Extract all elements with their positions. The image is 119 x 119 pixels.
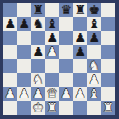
piece-white-knight-c3[interactable]: ♞ — [32, 73, 43, 86]
piece-white-pawn-e2[interactable]: ♟ — [60, 87, 71, 100]
square-h1[interactable]: ♜ — [101, 101, 115, 115]
square-a6[interactable] — [3, 31, 17, 45]
square-f8[interactable]: ♜ — [73, 3, 87, 17]
square-c6[interactable] — [31, 31, 45, 45]
piece-white-pawn-g3[interactable]: ♟ — [88, 73, 99, 86]
square-b3[interactable] — [17, 73, 31, 87]
piece-black-king-g8[interactable]: ♚ — [88, 3, 99, 16]
square-c5[interactable]: ♟ — [31, 45, 45, 59]
square-f4[interactable] — [73, 59, 87, 73]
square-a3[interactable] — [3, 73, 17, 87]
square-a8[interactable] — [3, 3, 17, 17]
piece-white-knight-g4[interactable]: ♞ — [88, 59, 99, 72]
square-e1[interactable] — [59, 101, 73, 115]
piece-white-pawn-b2[interactable]: ♟ — [18, 87, 29, 100]
board-border: ♜♛♜♚♟♟♞♝♝♟♟♟♟♟♟♞♞♟♟♟♟♛♟♟♝♚♜♜ — [0, 0, 119, 119]
square-h6[interactable] — [101, 31, 115, 45]
piece-black-pawn-c5[interactable]: ♟ — [32, 45, 43, 58]
square-h5[interactable] — [101, 45, 115, 59]
piece-black-pawn-g6[interactable]: ♟ — [88, 31, 99, 44]
square-b6[interactable] — [17, 31, 31, 45]
square-f6[interactable]: ♟ — [73, 31, 87, 45]
chess-app-window: ♜♛♜♚♟♟♞♝♝♟♟♟♟♟♟♞♞♟♟♟♟♛♟♟♝♚♜♜ — [0, 0, 119, 119]
square-h3[interactable] — [101, 73, 115, 87]
square-c4[interactable] — [31, 59, 45, 73]
piece-white-rook-h1[interactable]: ♜ — [102, 101, 113, 114]
square-a2[interactable]: ♟ — [3, 87, 17, 101]
square-d7[interactable]: ♝ — [45, 17, 59, 31]
piece-white-pawn-a2[interactable]: ♟ — [4, 87, 15, 100]
square-d4[interactable] — [45, 59, 59, 73]
square-b5[interactable] — [17, 45, 31, 59]
square-b4[interactable] — [17, 59, 31, 73]
piece-black-knight-c7[interactable]: ♞ — [32, 17, 43, 30]
square-g4[interactable]: ♞ — [87, 59, 101, 73]
square-e4[interactable] — [59, 59, 73, 73]
square-b2[interactable]: ♟ — [17, 87, 31, 101]
square-e7[interactable] — [59, 17, 73, 31]
piece-white-queen-d2[interactable]: ♛ — [46, 87, 57, 100]
square-a1[interactable] — [3, 101, 17, 115]
piece-black-pawn-f6[interactable]: ♟ — [74, 31, 85, 44]
square-g7[interactable]: ♝ — [87, 17, 101, 31]
square-f1[interactable] — [73, 101, 87, 115]
square-f3[interactable] — [73, 73, 87, 87]
square-a4[interactable] — [3, 59, 17, 73]
square-g6[interactable]: ♟ — [87, 31, 101, 45]
square-f2[interactable]: ♟ — [73, 87, 87, 101]
square-h7[interactable] — [101, 17, 115, 31]
piece-black-queen-e8[interactable]: ♛ — [60, 3, 71, 16]
piece-white-pawn-f2[interactable]: ♟ — [74, 87, 85, 100]
piece-black-rook-c8[interactable]: ♜ — [32, 3, 43, 16]
square-e2[interactable]: ♟ — [59, 87, 73, 101]
square-c3[interactable]: ♞ — [31, 73, 45, 87]
piece-black-bishop-d7[interactable]: ♝ — [46, 17, 57, 30]
piece-black-pawn-b7[interactable]: ♟ — [18, 17, 29, 30]
piece-black-pawn-f5[interactable]: ♟ — [74, 45, 85, 58]
square-a5[interactable] — [3, 45, 17, 59]
piece-black-pawn-a7[interactable]: ♟ — [4, 17, 15, 30]
square-h2[interactable] — [101, 87, 115, 101]
square-e5[interactable] — [59, 45, 73, 59]
square-h4[interactable] — [101, 59, 115, 73]
square-b7[interactable]: ♟ — [17, 17, 31, 31]
piece-white-pawn-d5[interactable]: ♟ — [46, 45, 57, 58]
square-e6[interactable] — [59, 31, 73, 45]
piece-white-king-c1[interactable]: ♚ — [32, 101, 43, 114]
square-a7[interactable]: ♟ — [3, 17, 17, 31]
square-d6[interactable]: ♟ — [45, 31, 59, 45]
square-g5[interactable] — [87, 45, 101, 59]
square-c7[interactable]: ♞ — [31, 17, 45, 31]
piece-black-rook-f8[interactable]: ♜ — [74, 3, 85, 16]
piece-black-pawn-d6[interactable]: ♟ — [46, 31, 57, 44]
square-e8[interactable]: ♛ — [59, 3, 73, 17]
square-c2[interactable]: ♟ — [31, 87, 45, 101]
square-d3[interactable] — [45, 73, 59, 87]
chess-board: ♜♛♜♚♟♟♞♝♝♟♟♟♟♟♟♞♞♟♟♟♟♛♟♟♝♚♜♜ — [3, 3, 115, 115]
square-f7[interactable] — [73, 17, 87, 31]
piece-white-bishop-g2[interactable]: ♝ — [88, 87, 99, 100]
square-g1[interactable] — [87, 101, 101, 115]
square-e3[interactable] — [59, 73, 73, 87]
square-d5[interactable]: ♟ — [45, 45, 59, 59]
square-g8[interactable]: ♚ — [87, 3, 101, 17]
square-b8[interactable] — [17, 3, 31, 17]
square-c1[interactable]: ♚ — [31, 101, 45, 115]
square-c8[interactable]: ♜ — [31, 3, 45, 17]
square-f5[interactable]: ♟ — [73, 45, 87, 59]
square-d8[interactable] — [45, 3, 59, 17]
square-b1[interactable] — [17, 101, 31, 115]
square-d2[interactable]: ♛ — [45, 87, 59, 101]
square-g2[interactable]: ♝ — [87, 87, 101, 101]
square-g3[interactable]: ♟ — [87, 73, 101, 87]
square-h8[interactable] — [101, 3, 115, 17]
piece-white-rook-d1[interactable]: ♜ — [46, 101, 57, 114]
square-d1[interactable]: ♜ — [45, 101, 59, 115]
piece-white-pawn-c2[interactable]: ♟ — [32, 87, 43, 100]
piece-black-bishop-g7[interactable]: ♝ — [88, 17, 99, 30]
